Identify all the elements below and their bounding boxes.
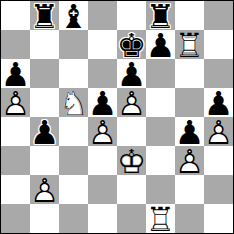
square-b4[interactable]: ♟: [30, 117, 59, 146]
white-rook-f1: ♜♖: [146, 204, 175, 233]
square-c7[interactable]: [59, 30, 88, 59]
square-e5[interactable]: ♟♙: [117, 88, 146, 117]
square-g7[interactable]: ♜♖: [175, 30, 204, 59]
square-e2[interactable]: [117, 175, 146, 204]
square-c3[interactable]: [59, 146, 88, 175]
square-d8[interactable]: [88, 1, 117, 30]
square-b6[interactable]: [30, 59, 59, 88]
square-d1[interactable]: [88, 204, 117, 233]
square-f7[interactable]: ♟: [146, 30, 175, 59]
square-g3[interactable]: ♟♙: [175, 146, 204, 175]
square-f3[interactable]: [146, 146, 175, 175]
square-g2[interactable]: [175, 175, 204, 204]
square-a1[interactable]: [1, 204, 30, 233]
black-pawn-f7: ♟: [146, 30, 175, 59]
square-e1[interactable]: [117, 204, 146, 233]
white-pawn-d4: ♟♙: [88, 117, 117, 146]
white-knight-c5: ♞♘: [59, 88, 88, 117]
square-a2[interactable]: [1, 175, 30, 204]
square-c4[interactable]: [59, 117, 88, 146]
square-a3[interactable]: [1, 146, 30, 175]
black-bishop-c8: ♝: [59, 1, 88, 30]
square-c8[interactable]: ♝: [59, 1, 88, 30]
black-pawn-b4: ♟: [30, 117, 59, 146]
white-pawn-h4: ♟♙: [204, 117, 233, 146]
square-f5[interactable]: [146, 88, 175, 117]
white-pawn-e5: ♟♙: [117, 88, 146, 117]
white-pawn-a5: ♟♙: [1, 88, 30, 117]
square-b7[interactable]: [30, 30, 59, 59]
square-b8[interactable]: ♜: [30, 1, 59, 30]
white-pawn-g3: ♟♙: [175, 146, 204, 175]
square-h3[interactable]: [204, 146, 233, 175]
square-c1[interactable]: [59, 204, 88, 233]
square-a4[interactable]: [1, 117, 30, 146]
square-c5[interactable]: ♞♘: [59, 88, 88, 117]
square-h7[interactable]: [204, 30, 233, 59]
square-c2[interactable]: [59, 175, 88, 204]
square-d3[interactable]: [88, 146, 117, 175]
square-d7[interactable]: [88, 30, 117, 59]
square-h1[interactable]: [204, 204, 233, 233]
square-g6[interactable]: [175, 59, 204, 88]
square-g1[interactable]: [175, 204, 204, 233]
square-b1[interactable]: [30, 204, 59, 233]
square-h4[interactable]: ♟♙: [204, 117, 233, 146]
square-f4[interactable]: [146, 117, 175, 146]
square-b2[interactable]: ♟♙: [30, 175, 59, 204]
square-d4[interactable]: ♟♙: [88, 117, 117, 146]
square-a8[interactable]: [1, 1, 30, 30]
square-e3[interactable]: ♚♔: [117, 146, 146, 175]
chess-board: ♜♝♜♚♟♜♖♟♟♟♙♞♘♟♟♙♟♟♟♙♟♟♙♚♔♟♙♟♙♜♖: [0, 0, 234, 234]
square-h8[interactable]: [204, 1, 233, 30]
square-h2[interactable]: [204, 175, 233, 204]
square-a5[interactable]: ♟♙: [1, 88, 30, 117]
black-rook-b8: ♜: [30, 1, 59, 30]
white-king-e3: ♚♔: [117, 146, 146, 175]
square-f6[interactable]: [146, 59, 175, 88]
white-rook-g7: ♜♖: [175, 30, 204, 59]
square-d2[interactable]: [88, 175, 117, 204]
white-pawn-b2: ♟♙: [30, 175, 59, 204]
square-f1[interactable]: ♜♖: [146, 204, 175, 233]
